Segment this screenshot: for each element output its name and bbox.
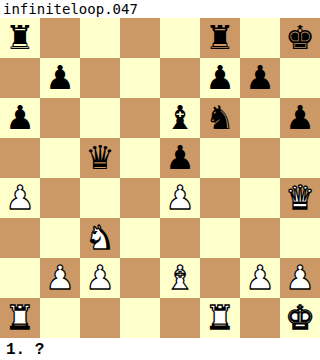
square-f5[interactable] [200,138,240,178]
square-h1[interactable]: ♚ [280,298,320,338]
square-b2[interactable]: ♟ [40,258,80,298]
square-e6[interactable]: ♝ [160,98,200,138]
white-rook: ♜ [5,301,35,334]
square-b7[interactable]: ♟ [40,58,80,98]
square-c8[interactable] [80,18,120,58]
square-a2[interactable] [0,258,40,298]
white-rook: ♜ [205,301,235,334]
square-a6[interactable]: ♟ [0,98,40,138]
square-h6[interactable]: ♟ [280,98,320,138]
square-g5[interactable] [240,138,280,178]
square-a1[interactable]: ♜ [0,298,40,338]
square-c3[interactable]: ♞ [80,218,120,258]
square-b3[interactable] [40,218,80,258]
square-g7[interactable]: ♟ [240,58,280,98]
square-e3[interactable] [160,218,200,258]
white-knight: ♞ [85,221,115,254]
square-e7[interactable] [160,58,200,98]
square-c2[interactable]: ♟ [80,258,120,298]
square-a3[interactable] [0,218,40,258]
square-g1[interactable] [240,298,280,338]
square-h7[interactable] [280,58,320,98]
square-d5[interactable] [120,138,160,178]
white-pawn: ♟ [285,261,315,294]
square-d1[interactable] [120,298,160,338]
square-c4[interactable] [80,178,120,218]
square-c5[interactable]: ♛ [80,138,120,178]
white-pawn: ♟ [45,261,75,294]
square-g4[interactable] [240,178,280,218]
puzzle-title: infiniteloop.047 [0,0,320,18]
square-e2[interactable]: ♝ [160,258,200,298]
square-h2[interactable]: ♟ [280,258,320,298]
square-c6[interactable] [80,98,120,138]
square-f4[interactable] [200,178,240,218]
square-h3[interactable] [280,218,320,258]
square-e1[interactable] [160,298,200,338]
chess-board: ♜♜♚♟♟♟♟♝♞♟♛♟♟♟♛♞♟♟♝♟♟♜♜♚ [0,18,320,338]
black-bishop: ♝ [165,101,195,134]
square-a4[interactable]: ♟ [0,178,40,218]
square-d6[interactable] [120,98,160,138]
square-b8[interactable] [40,18,80,58]
square-h5[interactable] [280,138,320,178]
black-pawn: ♟ [165,141,195,174]
square-f8[interactable]: ♜ [200,18,240,58]
square-d2[interactable] [120,258,160,298]
square-g2[interactable]: ♟ [240,258,280,298]
square-h8[interactable]: ♚ [280,18,320,58]
white-king: ♚ [285,301,315,334]
black-pawn: ♟ [5,101,35,134]
black-pawn: ♟ [205,61,235,94]
square-g6[interactable] [240,98,280,138]
white-queen: ♛ [285,181,315,214]
square-c7[interactable] [80,58,120,98]
white-bishop: ♝ [165,261,195,294]
square-g3[interactable] [240,218,280,258]
black-king: ♚ [285,21,315,54]
square-b6[interactable] [40,98,80,138]
square-c1[interactable] [80,298,120,338]
square-a8[interactable]: ♜ [0,18,40,58]
square-d7[interactable] [120,58,160,98]
square-f2[interactable] [200,258,240,298]
square-f3[interactable] [200,218,240,258]
square-e8[interactable] [160,18,200,58]
square-b5[interactable] [40,138,80,178]
square-g8[interactable] [240,18,280,58]
black-rook: ♜ [205,21,235,54]
square-a7[interactable] [0,58,40,98]
white-pawn: ♟ [5,181,35,214]
square-a5[interactable] [0,138,40,178]
puzzle-diagram: infiniteloop.047 ♜♜♚♟♟♟♟♝♞♟♛♟♟♟♛♞♟♟♝♟♟♜♜… [0,0,320,360]
black-pawn: ♟ [285,101,315,134]
square-f6[interactable]: ♞ [200,98,240,138]
black-rook: ♜ [5,21,35,54]
move-prompt: 1. ? [0,338,320,360]
white-pawn: ♟ [85,261,115,294]
black-pawn: ♟ [245,61,275,94]
black-pawn: ♟ [45,61,75,94]
black-knight: ♞ [205,101,235,134]
square-e5[interactable]: ♟ [160,138,200,178]
white-pawn: ♟ [165,181,195,214]
square-f1[interactable]: ♜ [200,298,240,338]
square-e4[interactable]: ♟ [160,178,200,218]
square-d4[interactable] [120,178,160,218]
square-d8[interactable] [120,18,160,58]
square-f7[interactable]: ♟ [200,58,240,98]
square-h4[interactable]: ♛ [280,178,320,218]
white-pawn: ♟ [245,261,275,294]
square-b4[interactable] [40,178,80,218]
square-b1[interactable] [40,298,80,338]
black-queen: ♛ [85,141,115,174]
square-d3[interactable] [120,218,160,258]
